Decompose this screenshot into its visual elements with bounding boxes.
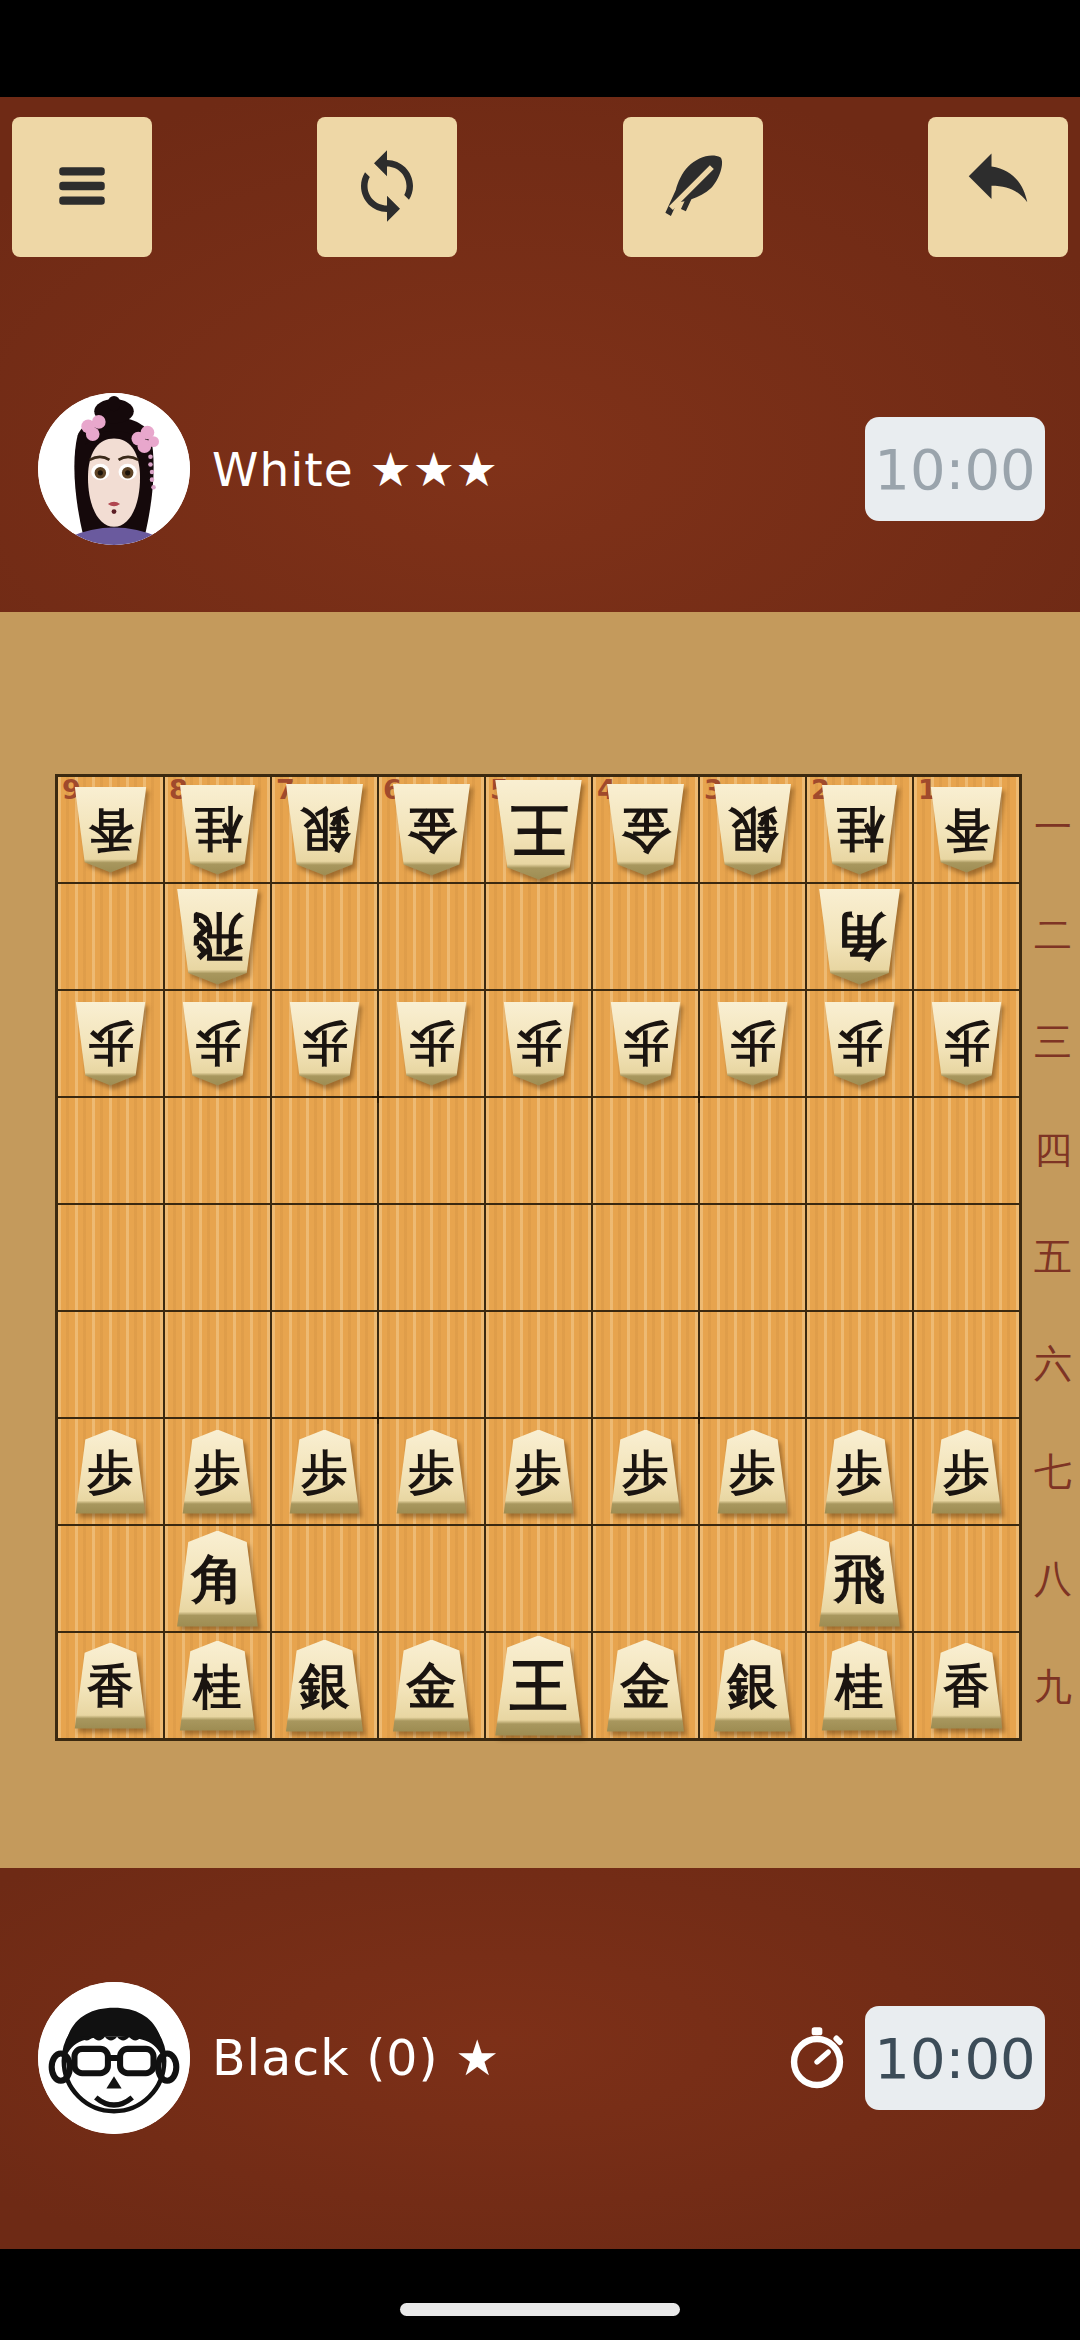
- rank-label: 二: [1026, 881, 1080, 988]
- rank-label: 八: [1026, 1526, 1080, 1633]
- board-cell-1二[interactable]: [914, 884, 1019, 989]
- board-cell-7八[interactable]: [272, 1526, 377, 1631]
- shogi-piece-black[interactable]: 角: [175, 1531, 261, 1627]
- board-cell-7六[interactable]: [272, 1312, 377, 1417]
- board-cell-8三[interactable]: 歩: [165, 991, 270, 1096]
- board-cell-7二[interactable]: [272, 884, 377, 989]
- shogi-piece-white[interactable]: 歩: [716, 1002, 790, 1086]
- shogi-piece-black[interactable]: 銀: [712, 1640, 794, 1732]
- board-cell-7四[interactable]: [272, 1098, 377, 1203]
- piece-kanji: 歩: [944, 1021, 990, 1067]
- board-cell-3五[interactable]: [700, 1205, 805, 1310]
- board-cell-8六[interactable]: [165, 1312, 270, 1417]
- board-cell-1三[interactable]: 歩: [914, 991, 1019, 1096]
- piece-kanji: 金: [407, 1661, 457, 1711]
- shogi-piece-white[interactable]: 桂: [178, 785, 258, 875]
- board-cell-1四[interactable]: [914, 1098, 1019, 1203]
- board-cell-3九[interactable]: 銀: [700, 1633, 805, 1738]
- board-cell-9四[interactable]: [58, 1098, 163, 1203]
- board-cell-6五[interactable]: [379, 1205, 484, 1310]
- board-cell-6三[interactable]: 歩: [379, 991, 484, 1096]
- board-cell-1七[interactable]: 歩: [914, 1419, 1019, 1524]
- shogi-piece-white[interactable]: 銀: [284, 784, 366, 876]
- boy-glasses-avatar: [38, 1982, 190, 2134]
- board-cell-6四[interactable]: [379, 1098, 484, 1203]
- shogi-piece-white[interactable]: 歩: [288, 1002, 362, 1086]
- board-cell-8五[interactable]: [165, 1205, 270, 1310]
- board-cell-8一[interactable]: 8桂: [165, 777, 270, 882]
- geisha-girl-avatar: [38, 393, 190, 545]
- rotate-refresh-icon: [348, 147, 426, 228]
- board-cell-5六[interactable]: [486, 1312, 591, 1417]
- shogi-piece-white[interactable]: 歩: [609, 1002, 683, 1086]
- shogi-piece-black[interactable]: 金: [391, 1640, 473, 1732]
- board-cell-9五[interactable]: [58, 1205, 163, 1310]
- piece-kanji: 歩: [195, 1021, 241, 1067]
- shogi-piece-white[interactable]: 角: [817, 889, 903, 985]
- shogi-piece-black[interactable]: 飛: [817, 1531, 903, 1627]
- shogi-piece-black[interactable]: 歩: [716, 1430, 790, 1514]
- board-cell-5三[interactable]: 歩: [486, 991, 591, 1096]
- piece-kanji: 歩: [409, 1021, 455, 1067]
- shogi-piece-black[interactable]: 歩: [181, 1430, 255, 1514]
- board-cell-2四[interactable]: [807, 1098, 912, 1203]
- piece-kanji: 銀: [728, 805, 778, 855]
- shogi-piece-white[interactable]: 香: [73, 787, 149, 873]
- piece-kanji: 銀: [728, 1661, 778, 1711]
- piece-kanji: 金: [621, 1661, 671, 1711]
- board-cell-1一[interactable]: 1香: [914, 777, 1019, 882]
- piece-kanji: 歩: [409, 1449, 455, 1495]
- piece-kanji: 歩: [516, 1449, 562, 1495]
- piece-kanji: 金: [407, 805, 457, 855]
- piece-kanji: 歩: [88, 1449, 134, 1495]
- shogi-piece-black[interactable]: 桂: [820, 1641, 900, 1731]
- board-cell-2七[interactable]: 歩: [807, 1419, 912, 1524]
- board-cell-6六[interactable]: [379, 1312, 484, 1417]
- board-cell-9二[interactable]: [58, 884, 163, 989]
- shogi-piece-white[interactable]: 歩: [181, 1002, 255, 1086]
- board-cell-6一[interactable]: 6金: [379, 777, 484, 882]
- shogi-piece-black[interactable]: 銀: [284, 1640, 366, 1732]
- board-cell-4八[interactable]: [593, 1526, 698, 1631]
- shogi-piece-black[interactable]: 金: [605, 1640, 687, 1732]
- board-cell-9九[interactable]: 香: [58, 1633, 163, 1738]
- board-cell-6二[interactable]: [379, 884, 484, 989]
- piece-kanji: 歩: [623, 1449, 669, 1495]
- piece-kanji: 角: [192, 1553, 244, 1605]
- bottom-bar: Black (0) ★ 10:00: [0, 1868, 1080, 2249]
- stopwatch-icon: [785, 2026, 849, 2090]
- shogi-piece-white[interactable]: 歩: [930, 1002, 1004, 1086]
- board-cell-4二[interactable]: [593, 884, 698, 989]
- black-player-name: Black (0) ★: [212, 2030, 500, 2087]
- piece-kanji: 歩: [837, 1449, 883, 1495]
- rank-label: 七: [1026, 1419, 1080, 1526]
- shogi-piece-black[interactable]: 香: [73, 1643, 149, 1729]
- board-cell-7五[interactable]: [272, 1205, 377, 1310]
- rank-label: 五: [1026, 1204, 1080, 1311]
- board-cell-3八[interactable]: [700, 1526, 805, 1631]
- board-cell-5四[interactable]: [486, 1098, 591, 1203]
- board-cell-9七[interactable]: 歩: [58, 1419, 163, 1524]
- piece-kanji: 歩: [944, 1449, 990, 1495]
- board-cell-4四[interactable]: [593, 1098, 698, 1203]
- board-cell-5七[interactable]: 歩: [486, 1419, 591, 1524]
- board-cell-1九[interactable]: 香: [914, 1633, 1019, 1738]
- piece-kanji: 飛: [192, 911, 244, 963]
- piece-kanji: 香: [944, 807, 990, 853]
- rank-labels: 一二三四五六七八九: [1026, 774, 1080, 1741]
- feather-icon: [654, 147, 732, 228]
- piece-kanji: 飛: [834, 1553, 886, 1605]
- board-cell-1六[interactable]: [914, 1312, 1019, 1417]
- shogi-piece-white[interactable]: 歩: [823, 1002, 897, 1086]
- undo-button[interactable]: [928, 117, 1068, 257]
- shogi-piece-white[interactable]: 銀: [712, 784, 794, 876]
- board-cell-2一[interactable]: 2桂: [807, 777, 912, 882]
- board-cell-2三[interactable]: 歩: [807, 991, 912, 1096]
- board-cell-6八[interactable]: [379, 1526, 484, 1631]
- menu-icon: [43, 147, 121, 228]
- piece-kanji: 桂: [836, 1662, 884, 1710]
- white-player-row: White ★★★ 10:00: [38, 393, 1045, 545]
- piece-kanji: 歩: [730, 1449, 776, 1495]
- board-cell-6七[interactable]: 歩: [379, 1419, 484, 1524]
- white-player-avatar[interactable]: [38, 393, 190, 545]
- board-cell-8八[interactable]: 角: [165, 1526, 270, 1631]
- board-cell-3三[interactable]: 歩: [700, 991, 805, 1096]
- shogi-piece-black[interactable]: 王: [493, 1636, 585, 1736]
- board-cell-5五[interactable]: [486, 1205, 591, 1310]
- piece-kanji: 歩: [516, 1021, 562, 1067]
- board-cell-7一[interactable]: 7銀: [272, 777, 377, 882]
- board-cell-2五[interactable]: [807, 1205, 912, 1310]
- toolbar: [0, 117, 1080, 257]
- board-cell-2二[interactable]: 角: [807, 884, 912, 989]
- piece-kanji: 銀: [300, 1661, 350, 1711]
- board-cell-9一[interactable]: 9香: [58, 777, 163, 882]
- shogi-piece-white[interactable]: 桂: [820, 785, 900, 875]
- black-player-clock: 10:00: [865, 2006, 1045, 2110]
- shogi-piece-white[interactable]: 金: [605, 784, 687, 876]
- shogi-piece-black[interactable]: 歩: [823, 1430, 897, 1514]
- piece-kanji: 角: [834, 911, 886, 963]
- rotate-board-button[interactable]: [317, 117, 457, 257]
- board-cell-3二[interactable]: [700, 884, 805, 989]
- piece-kanji: 桂: [194, 806, 242, 854]
- piece-kanji: 王: [510, 1657, 568, 1715]
- piece-kanji: 香: [944, 1663, 990, 1709]
- board-cell-2九[interactable]: 桂: [807, 1633, 912, 1738]
- board-cell-4五[interactable]: [593, 1205, 698, 1310]
- shogi-piece-white[interactable]: 金: [391, 784, 473, 876]
- board-cell-3一[interactable]: 3銀: [700, 777, 805, 882]
- shogi-piece-black[interactable]: 歩: [502, 1430, 576, 1514]
- board-cell-5八[interactable]: [486, 1526, 591, 1631]
- black-player-avatar[interactable]: [38, 1982, 190, 2134]
- piece-kanji: 王: [510, 801, 568, 859]
- board-cell-2八[interactable]: 飛: [807, 1526, 912, 1631]
- rank-label: 九: [1026, 1634, 1080, 1741]
- board-cell-5二[interactable]: [486, 884, 591, 989]
- board-cell-4三[interactable]: 歩: [593, 991, 698, 1096]
- board-cell-5九[interactable]: 王: [486, 1633, 591, 1738]
- shogi-piece-black[interactable]: 歩: [609, 1430, 683, 1514]
- rank-label: 一: [1026, 774, 1080, 881]
- piece-kanji: 歩: [623, 1021, 669, 1067]
- rank-label: 六: [1026, 1311, 1080, 1418]
- board-cell-7九[interactable]: 銀: [272, 1633, 377, 1738]
- piece-kanji: 歩: [88, 1021, 134, 1067]
- shogi-piece-black[interactable]: 桂: [178, 1641, 258, 1731]
- black-player-row: Black (0) ★ 10:00: [38, 1982, 1045, 2134]
- shogi-piece-black[interactable]: 歩: [74, 1430, 148, 1514]
- board-cell-3七[interactable]: 歩: [700, 1419, 805, 1524]
- board-cell-4一[interactable]: 4金: [593, 777, 698, 882]
- board-cell-7七[interactable]: 歩: [272, 1419, 377, 1524]
- engine-move-button[interactable]: [623, 117, 763, 257]
- piece-kanji: 香: [88, 807, 134, 853]
- header: White ★★★ 10:00: [0, 97, 1080, 612]
- board-section: 9香8桂7銀6金5王4金3銀2桂1香飛角歩歩歩歩歩歩歩歩歩歩歩歩歩歩歩歩歩歩角飛…: [0, 612, 1080, 1868]
- board-cell-4七[interactable]: 歩: [593, 1419, 698, 1524]
- piece-kanji: 金: [621, 805, 671, 855]
- board-cell-9六[interactable]: [58, 1312, 163, 1417]
- shogi-piece-white[interactable]: 歩: [502, 1002, 576, 1086]
- board-cell-1五[interactable]: [914, 1205, 1019, 1310]
- board-cell-8七[interactable]: 歩: [165, 1419, 270, 1524]
- board-cell-4九[interactable]: 金: [593, 1633, 698, 1738]
- undo-icon: [959, 147, 1037, 228]
- piece-kanji: 歩: [302, 1021, 348, 1067]
- footer: [0, 2249, 1080, 2340]
- board-cell-5一[interactable]: 5王: [486, 777, 591, 882]
- board-cell-4六[interactable]: [593, 1312, 698, 1417]
- home-indicator[interactable]: [400, 2303, 680, 2316]
- piece-kanji: 歩: [302, 1449, 348, 1495]
- menu-button[interactable]: [12, 117, 152, 257]
- board-cell-6九[interactable]: 金: [379, 1633, 484, 1738]
- status-bar: [0, 0, 1080, 97]
- board-cell-9八[interactable]: [58, 1526, 163, 1631]
- board-cell-8四[interactable]: [165, 1098, 270, 1203]
- board-cell-8九[interactable]: 桂: [165, 1633, 270, 1738]
- shogi-piece-white[interactable]: 歩: [395, 1002, 469, 1086]
- white-player-name: White ★★★: [212, 442, 499, 497]
- piece-kanji: 銀: [300, 805, 350, 855]
- board-cell-2六[interactable]: [807, 1312, 912, 1417]
- shogi-piece-white[interactable]: 香: [929, 787, 1005, 873]
- white-player-clock: 10:00: [865, 417, 1045, 521]
- shogi-piece-white[interactable]: 王: [493, 780, 585, 880]
- board-cell-8二[interactable]: 飛: [165, 884, 270, 989]
- piece-kanji: 桂: [836, 806, 884, 854]
- shogi-piece-black[interactable]: 香: [929, 1643, 1005, 1729]
- piece-kanji: 歩: [730, 1021, 776, 1067]
- board-cell-3六[interactable]: [700, 1312, 805, 1417]
- shogi-piece-black[interactable]: 歩: [930, 1430, 1004, 1514]
- rank-label: 三: [1026, 989, 1080, 1096]
- board-cell-3四[interactable]: [700, 1098, 805, 1203]
- rank-label: 四: [1026, 1096, 1080, 1203]
- shogi-board[interactable]: 9香8桂7銀6金5王4金3銀2桂1香飛角歩歩歩歩歩歩歩歩歩歩歩歩歩歩歩歩歩歩角飛…: [55, 774, 1022, 1741]
- piece-kanji: 桂: [194, 1662, 242, 1710]
- shogi-piece-black[interactable]: 歩: [395, 1430, 469, 1514]
- shogi-piece-white[interactable]: 歩: [74, 1002, 148, 1086]
- board-cell-9三[interactable]: 歩: [58, 991, 163, 1096]
- piece-kanji: 歩: [195, 1449, 241, 1495]
- board-cell-1八[interactable]: [914, 1526, 1019, 1631]
- shogi-piece-white[interactable]: 飛: [175, 889, 261, 985]
- board-cell-7三[interactable]: 歩: [272, 991, 377, 1096]
- piece-kanji: 香: [88, 1663, 134, 1709]
- shogi-piece-black[interactable]: 歩: [288, 1430, 362, 1514]
- piece-kanji: 歩: [837, 1021, 883, 1067]
